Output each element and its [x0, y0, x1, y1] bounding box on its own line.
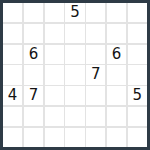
cell-r2c5[interactable]	[86, 24, 105, 43]
cell-r1c3[interactable]	[45, 3, 64, 22]
cell-r2c4[interactable]	[65, 24, 84, 43]
cell-r4c1[interactable]	[3, 65, 22, 84]
cell-r4c2[interactable]	[24, 65, 43, 84]
cell-r1c2[interactable]	[24, 3, 43, 22]
cell-r3c1[interactable]	[3, 45, 22, 64]
cell-r6c2[interactable]	[24, 107, 43, 126]
cell-r4c7[interactable]	[128, 65, 147, 84]
given-digit: 6	[112, 47, 122, 62]
given-digit: 6	[29, 47, 39, 62]
puzzle-board: 5667475	[0, 0, 150, 150]
cell-r4c4[interactable]	[65, 65, 84, 84]
given-digit: 4	[8, 88, 18, 103]
cell-r1c7[interactable]	[128, 3, 147, 22]
given-digit: 7	[91, 67, 101, 82]
cell-r2c1[interactable]	[3, 24, 22, 43]
cell-r4c5: 7	[86, 65, 105, 84]
cell-r1c1[interactable]	[3, 3, 22, 22]
cell-r6c1[interactable]	[3, 107, 22, 126]
cell-r1c5[interactable]	[86, 3, 105, 22]
given-digit: 7	[29, 88, 39, 103]
cell-r4c3[interactable]	[45, 65, 64, 84]
cell-r7c6[interactable]	[107, 128, 126, 147]
cell-r7c3[interactable]	[45, 128, 64, 147]
given-digit: 5	[133, 88, 143, 103]
cell-r7c4[interactable]	[65, 128, 84, 147]
cell-r3c6: 6	[107, 45, 126, 64]
cell-r3c4[interactable]	[65, 45, 84, 64]
cell-r3c5[interactable]	[86, 45, 105, 64]
cell-r7c1[interactable]	[3, 128, 22, 147]
cell-r7c7[interactable]	[128, 128, 147, 147]
cell-r1c6[interactable]	[107, 3, 126, 22]
cell-r4c6[interactable]	[107, 65, 126, 84]
cell-r5c2: 7	[24, 86, 43, 105]
cell-r6c3[interactable]	[45, 107, 64, 126]
cell-r6c5[interactable]	[86, 107, 105, 126]
cell-r5c3[interactable]	[45, 86, 64, 105]
cell-r5c5[interactable]	[86, 86, 105, 105]
cell-r3c7[interactable]	[128, 45, 147, 64]
given-digit: 5	[70, 5, 80, 20]
cell-r5c1: 4	[3, 86, 22, 105]
cell-r5c6[interactable]	[107, 86, 126, 105]
cell-r6c4[interactable]	[65, 107, 84, 126]
cell-r2c3[interactable]	[45, 24, 64, 43]
cell-r3c2: 6	[24, 45, 43, 64]
cell-r3c3[interactable]	[45, 45, 64, 64]
cell-r7c2[interactable]	[24, 128, 43, 147]
cell-r6c7[interactable]	[128, 107, 147, 126]
cell-r2c6[interactable]	[107, 24, 126, 43]
cell-r1c4: 5	[65, 3, 84, 22]
cell-r2c2[interactable]	[24, 24, 43, 43]
cell-r5c4[interactable]	[65, 86, 84, 105]
cell-r6c6[interactable]	[107, 107, 126, 126]
cell-r2c7[interactable]	[128, 24, 147, 43]
cell-r7c5[interactable]	[86, 128, 105, 147]
cell-r5c7: 5	[128, 86, 147, 105]
